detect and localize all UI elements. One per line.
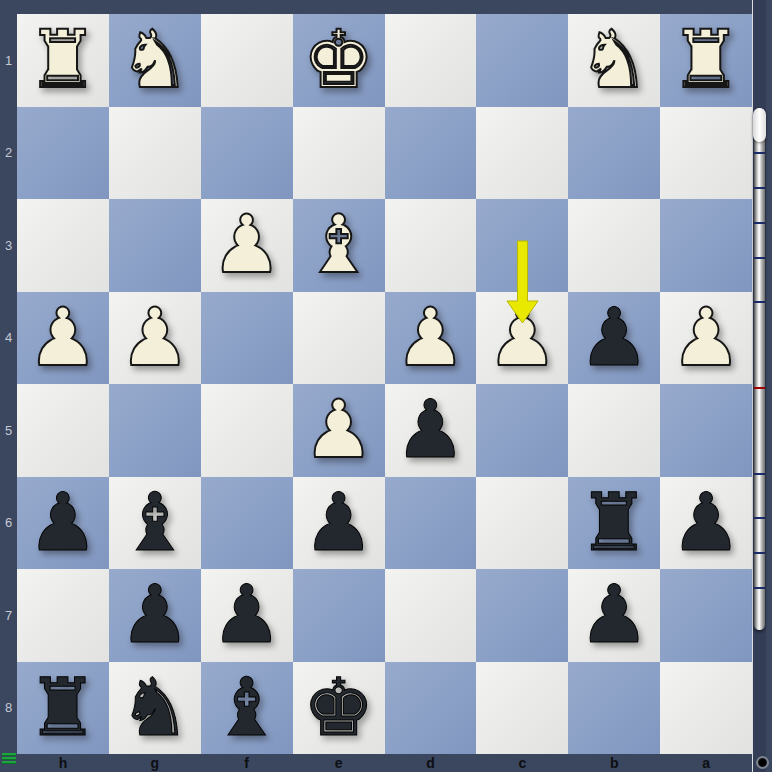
square-f7[interactable]: ♟	[201, 569, 293, 662]
square-e6[interactable]: ♟	[293, 477, 385, 570]
black-pawn-piece[interactable]: ♟	[293, 477, 385, 570]
board: ♜♞♚♞♜♟♝♟♟♟♟♟♟♟♟♟♝♟♜♟♟♟♟♜♞♝♚	[17, 14, 752, 754]
file-label-g: g	[109, 754, 201, 772]
square-f2[interactable]	[201, 107, 293, 200]
square-h4[interactable]: ♟	[17, 292, 109, 385]
square-f8[interactable]: ♝	[201, 662, 293, 755]
square-b1[interactable]: ♞	[568, 14, 660, 107]
square-f1[interactable]	[201, 14, 293, 107]
square-d1[interactable]	[385, 14, 477, 107]
record-dot-icon[interactable]	[756, 756, 769, 769]
square-d6[interactable]	[385, 477, 477, 570]
file-label-f: f	[201, 754, 293, 772]
black-king-piece[interactable]: ♚	[293, 662, 385, 755]
square-d8[interactable]	[385, 662, 477, 755]
square-b5[interactable]	[568, 384, 660, 477]
square-g8[interactable]: ♞	[109, 662, 201, 755]
white-pawn-piece[interactable]: ♟	[17, 292, 109, 385]
square-f6[interactable]	[201, 477, 293, 570]
file-label-b: b	[568, 754, 660, 772]
square-h5[interactable]	[17, 384, 109, 477]
square-b2[interactable]	[568, 107, 660, 200]
square-h6[interactable]: ♟	[17, 477, 109, 570]
white-pawn-piece[interactable]: ♟	[293, 384, 385, 477]
white-king-piece[interactable]: ♚	[293, 14, 385, 107]
square-d7[interactable]	[385, 569, 477, 662]
square-c2[interactable]	[476, 107, 568, 200]
square-d4[interactable]: ♟	[385, 292, 477, 385]
square-b3[interactable]	[568, 199, 660, 292]
square-e1[interactable]: ♚	[293, 14, 385, 107]
square-c7[interactable]	[476, 569, 568, 662]
rank-label-4: 4	[0, 292, 17, 385]
square-d5[interactable]: ♟	[385, 384, 477, 477]
file-label-e: e	[293, 754, 385, 772]
black-pawn-piece[interactable]: ♟	[17, 477, 109, 570]
square-g2[interactable]	[109, 107, 201, 200]
square-a4[interactable]: ♟	[660, 292, 752, 385]
square-f5[interactable]	[201, 384, 293, 477]
file-label-a: a	[660, 754, 752, 772]
rank-label-6: 6	[0, 477, 17, 570]
square-a5[interactable]	[660, 384, 752, 477]
square-a1[interactable]: ♜	[660, 14, 752, 107]
white-knight-piece[interactable]: ♞	[109, 14, 201, 107]
white-rook-piece[interactable]: ♜	[660, 14, 752, 107]
file-label-d: d	[385, 754, 477, 772]
white-pawn-piece[interactable]: ♟	[109, 292, 201, 385]
black-pawn-piece[interactable]: ♟	[385, 384, 477, 477]
black-knight-piece[interactable]: ♞	[109, 662, 201, 755]
square-h7[interactable]	[17, 569, 109, 662]
square-b7[interactable]: ♟	[568, 569, 660, 662]
square-e4[interactable]	[293, 292, 385, 385]
square-g5[interactable]	[109, 384, 201, 477]
rank-label-2: 2	[0, 107, 17, 200]
square-e8[interactable]: ♚	[293, 662, 385, 755]
square-b8[interactable]	[568, 662, 660, 755]
black-bishop-piece[interactable]: ♝	[109, 477, 201, 570]
black-pawn-piece[interactable]: ♟	[660, 477, 752, 570]
black-pawn-piece[interactable]: ♟	[109, 569, 201, 662]
square-h2[interactable]	[17, 107, 109, 200]
black-rook-piece[interactable]: ♜	[568, 477, 660, 570]
square-e7[interactable]	[293, 569, 385, 662]
rank-label-8: 8	[0, 662, 17, 755]
square-a3[interactable]	[660, 199, 752, 292]
file-labels: hgfedcba	[17, 754, 752, 772]
square-e3[interactable]: ♝	[293, 199, 385, 292]
rank-labels: 12345678	[0, 14, 17, 754]
rank-label-1: 1	[0, 14, 17, 107]
square-b6[interactable]: ♜	[568, 477, 660, 570]
square-a7[interactable]	[660, 569, 752, 662]
square-c1[interactable]	[476, 14, 568, 107]
square-b4[interactable]: ♟	[568, 292, 660, 385]
square-e2[interactable]	[293, 107, 385, 200]
black-pawn-piece[interactable]: ♟	[568, 292, 660, 385]
square-c8[interactable]	[476, 662, 568, 755]
square-d2[interactable]	[385, 107, 477, 200]
square-d3[interactable]	[385, 199, 477, 292]
white-pawn-piece[interactable]: ♟	[385, 292, 477, 385]
black-bishop-piece[interactable]: ♝	[201, 662, 293, 755]
black-pawn-piece[interactable]: ♟	[201, 569, 293, 662]
square-g4[interactable]: ♟	[109, 292, 201, 385]
square-g3[interactable]	[109, 199, 201, 292]
rank-label-7: 7	[0, 569, 17, 662]
square-g1[interactable]: ♞	[109, 14, 201, 107]
square-h3[interactable]	[17, 199, 109, 292]
square-h1[interactable]: ♜	[17, 14, 109, 107]
square-a6[interactable]: ♟	[660, 477, 752, 570]
white-pawn-piece[interactable]: ♟	[660, 292, 752, 385]
square-h8[interactable]: ♜	[17, 662, 109, 755]
file-label-h: h	[17, 754, 109, 772]
chess-app: 12345678 ♜♞♚♞♜♟♝♟♟♟♟♟♟♟♟♟♝♟♜♟♟♟♟♜♞♝♚ hgf…	[0, 0, 772, 772]
square-f4[interactable]	[201, 292, 293, 385]
square-c3[interactable]	[476, 199, 568, 292]
square-g7[interactable]: ♟	[109, 569, 201, 662]
eval-slider-thumb[interactable]	[753, 108, 766, 142]
white-pawn-piece[interactable]: ♟	[476, 292, 568, 385]
white-knight-piece[interactable]: ♞	[568, 14, 660, 107]
square-a8[interactable]	[660, 662, 752, 755]
white-rook-piece[interactable]: ♜	[17, 14, 109, 107]
square-a2[interactable]	[660, 107, 752, 200]
white-bishop-piece[interactable]: ♝	[293, 199, 385, 292]
rank-label-5: 5	[0, 384, 17, 477]
eval-slider-bar	[754, 108, 765, 630]
white-pawn-piece[interactable]: ♟	[201, 199, 293, 292]
black-pawn-piece[interactable]: ♟	[568, 569, 660, 662]
square-c5[interactable]	[476, 384, 568, 477]
square-e5[interactable]: ♟	[293, 384, 385, 477]
square-g6[interactable]: ♝	[109, 477, 201, 570]
square-c4[interactable]: ♟	[476, 292, 568, 385]
rank-label-3: 3	[0, 199, 17, 292]
black-rook-piece[interactable]: ♜	[17, 662, 109, 755]
square-f3[interactable]: ♟	[201, 199, 293, 292]
square-c6[interactable]	[476, 477, 568, 570]
resize-grip-icon[interactable]	[1, 751, 17, 765]
file-label-c: c	[476, 754, 568, 772]
